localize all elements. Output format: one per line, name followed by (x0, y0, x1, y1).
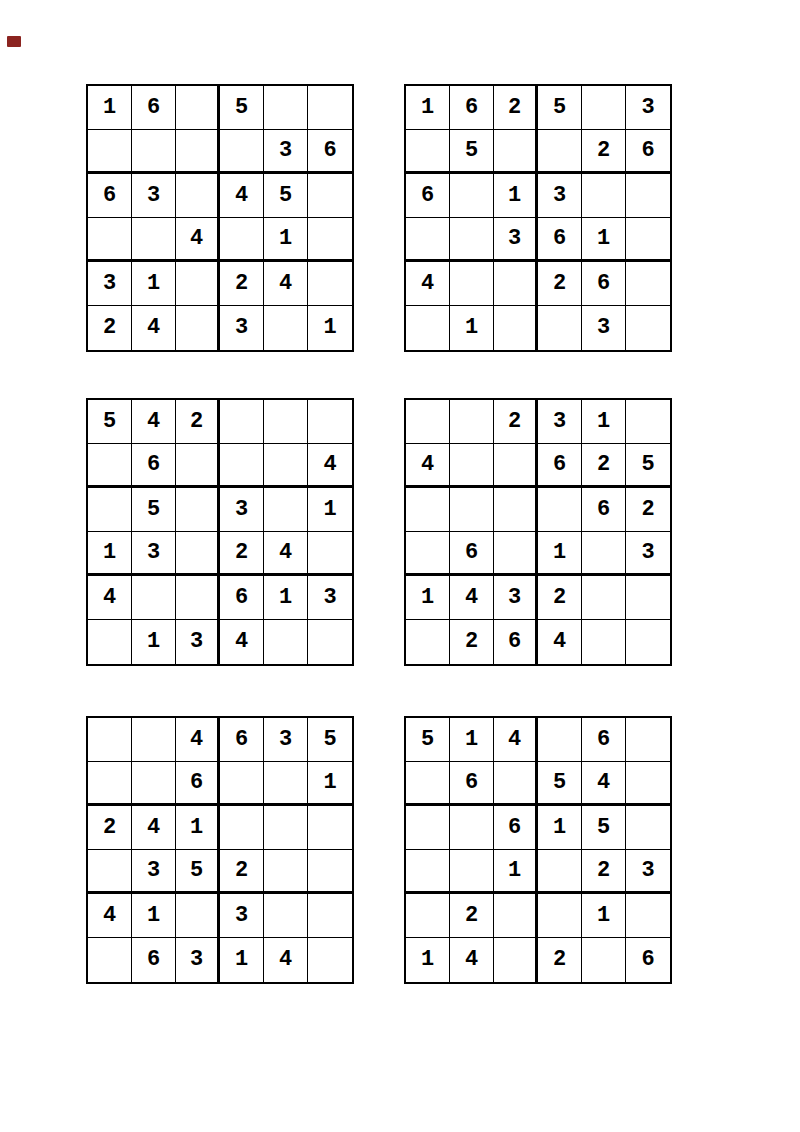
cell-p6-r2c5: 4 (582, 762, 626, 806)
cell-p5-r5c2: 1 (132, 894, 176, 938)
cell-p3-r6c5[interactable] (264, 620, 308, 664)
cell-p3-r3c6: 1 (308, 488, 352, 532)
cell-p2-r2c2: 5 (450, 130, 494, 174)
cell-p2-r2c3[interactable] (494, 130, 538, 174)
cell-p4-r5c1: 1 (406, 576, 450, 620)
cell-p6-r1c2: 1 (450, 718, 494, 762)
sudoku-board-2: 1625352661336142613 (404, 84, 672, 352)
cell-p3-r6c1[interactable] (88, 620, 132, 664)
cell-p1-r4c3: 4 (176, 218, 220, 262)
cell-p2-r5c5: 6 (582, 262, 626, 306)
cell-p2-r3c2[interactable] (450, 174, 494, 218)
cell-p1-r6c5[interactable] (264, 306, 308, 350)
cell-p2-r1c2: 6 (450, 86, 494, 130)
cell-p4-r1c4: 3 (538, 400, 582, 444)
cell-p2-r3c3: 1 (494, 174, 538, 218)
cell-p1-r4c1[interactable] (88, 218, 132, 262)
cell-p4-r4c3[interactable] (494, 532, 538, 576)
cell-p3-r2c4[interactable] (220, 444, 264, 488)
cell-p3-r5c4: 6 (220, 576, 264, 620)
cell-p1-r4c4[interactable] (220, 218, 264, 262)
cell-p3-r1c4[interactable] (220, 400, 264, 444)
cell-p5-r1c2[interactable] (132, 718, 176, 762)
cell-p5-r1c6: 5 (308, 718, 352, 762)
cell-p5-r2c1[interactable] (88, 762, 132, 806)
cell-p4-r4c4: 1 (538, 532, 582, 576)
cell-p2-r3c1: 6 (406, 174, 450, 218)
cell-p1-r3c6[interactable] (308, 174, 352, 218)
cell-p5-r2c3: 6 (176, 762, 220, 806)
cell-p6-r5c3[interactable] (494, 894, 538, 938)
cell-p2-r6c4[interactable] (538, 306, 582, 350)
cell-p6-r4c1[interactable] (406, 850, 450, 894)
cell-p4-r2c3[interactable] (494, 444, 538, 488)
cell-p6-r6c5[interactable] (582, 938, 626, 982)
cell-p4-r2c5: 2 (582, 444, 626, 488)
cell-p3-r6c6[interactable] (308, 620, 352, 664)
cell-p5-r6c6[interactable] (308, 938, 352, 982)
cell-p6-r3c4: 1 (538, 806, 582, 850)
cell-p2-r4c6[interactable] (626, 218, 670, 262)
cell-p6-r6c3[interactable] (494, 938, 538, 982)
cell-p3-r4c6[interactable] (308, 532, 352, 576)
cell-p1-r2c6: 6 (308, 130, 352, 174)
cell-p1-r2c2[interactable] (132, 130, 176, 174)
cell-p5-r3c2: 4 (132, 806, 176, 850)
cell-p4-r4c5[interactable] (582, 532, 626, 576)
cell-p1-r3c4: 4 (220, 174, 264, 218)
cell-p4-r1c1[interactable] (406, 400, 450, 444)
cell-p3-r1c3: 2 (176, 400, 220, 444)
cell-p3-r4c4: 2 (220, 532, 264, 576)
cell-p3-r2c1[interactable] (88, 444, 132, 488)
cell-p3-r5c3[interactable] (176, 576, 220, 620)
cell-p3-r5c2[interactable] (132, 576, 176, 620)
cell-p5-r3c6[interactable] (308, 806, 352, 850)
cell-p5-r3c1: 2 (88, 806, 132, 850)
cell-p4-r3c5: 6 (582, 488, 626, 532)
cell-p1-r3c5: 5 (264, 174, 308, 218)
cell-p3-r1c1: 5 (88, 400, 132, 444)
cell-p5-r6c1[interactable] (88, 938, 132, 982)
cell-p6-r6c4: 2 (538, 938, 582, 982)
cell-p6-r1c4[interactable] (538, 718, 582, 762)
cell-p2-r5c2[interactable] (450, 262, 494, 306)
cell-p1-r5c1: 3 (88, 262, 132, 306)
cell-p5-r2c6: 1 (308, 762, 352, 806)
cell-p4-r5c2: 4 (450, 576, 494, 620)
cell-p2-r4c4: 6 (538, 218, 582, 262)
cell-p2-r4c5: 1 (582, 218, 626, 262)
cell-p6-r5c6[interactable] (626, 894, 670, 938)
cell-p5-r4c2: 3 (132, 850, 176, 894)
cell-p4-r3c6: 2 (626, 488, 670, 532)
cell-p2-r3c5[interactable] (582, 174, 626, 218)
cell-p6-r4c6: 3 (626, 850, 670, 894)
cell-p4-r4c6: 3 (626, 532, 670, 576)
cell-p6-r2c3[interactable] (494, 762, 538, 806)
cell-p3-r6c2: 1 (132, 620, 176, 664)
sudoku-board-5: 4635612413524136314 (86, 716, 354, 984)
cell-p1-r6c3[interactable] (176, 306, 220, 350)
cell-p4-r2c4: 6 (538, 444, 582, 488)
cell-p1-r6c1: 2 (88, 306, 132, 350)
cell-p6-r3c5: 5 (582, 806, 626, 850)
cell-p3-r3c3[interactable] (176, 488, 220, 532)
cell-p5-r3c3: 1 (176, 806, 220, 850)
cell-p4-r5c5[interactable] (582, 576, 626, 620)
cell-p6-r5c4[interactable] (538, 894, 582, 938)
cell-p2-r5c3[interactable] (494, 262, 538, 306)
cell-p1-r1c3[interactable] (176, 86, 220, 130)
cell-p1-r1c6[interactable] (308, 86, 352, 130)
cell-p1-r2c3[interactable] (176, 130, 220, 174)
cell-p3-r3c1[interactable] (88, 488, 132, 532)
cell-p6-r4c3: 1 (494, 850, 538, 894)
cell-p1-r1c2: 6 (132, 86, 176, 130)
cell-p1-r1c1: 1 (88, 86, 132, 130)
cell-p6-r4c2[interactable] (450, 850, 494, 894)
cell-p1-r4c6[interactable] (308, 218, 352, 262)
cell-p3-r1c2: 4 (132, 400, 176, 444)
cell-p4-r3c1[interactable] (406, 488, 450, 532)
cell-p6-r1c6[interactable] (626, 718, 670, 762)
cell-p5-r1c3: 4 (176, 718, 220, 762)
cell-p5-r2c5[interactable] (264, 762, 308, 806)
cell-p4-r6c2: 2 (450, 620, 494, 664)
cell-p5-r3c5[interactable] (264, 806, 308, 850)
cell-p2-r2c6: 6 (626, 130, 670, 174)
cell-p1-r5c5: 4 (264, 262, 308, 306)
cell-p4-r5c3: 3 (494, 576, 538, 620)
cell-p2-r1c6: 3 (626, 86, 670, 130)
cell-p4-r4c2: 6 (450, 532, 494, 576)
cell-p3-r5c6: 3 (308, 576, 352, 620)
cell-p5-r5c3[interactable] (176, 894, 220, 938)
cell-p2-r4c3: 3 (494, 218, 538, 262)
cell-p2-r6c2: 1 (450, 306, 494, 350)
cell-p4-r6c4: 4 (538, 620, 582, 664)
cell-p4-r6c6[interactable] (626, 620, 670, 664)
cell-p5-r1c5: 3 (264, 718, 308, 762)
cell-p1-r5c6[interactable] (308, 262, 352, 306)
cell-p6-r2c1[interactable] (406, 762, 450, 806)
cell-p1-r2c1[interactable] (88, 130, 132, 174)
cell-p5-r1c1[interactable] (88, 718, 132, 762)
cell-p5-r5c4: 3 (220, 894, 264, 938)
cell-p1-r3c3[interactable] (176, 174, 220, 218)
cell-p1-r2c4[interactable] (220, 130, 264, 174)
cell-p6-r4c5: 2 (582, 850, 626, 894)
cell-p2-r1c4: 5 (538, 86, 582, 130)
cell-p2-r4c1[interactable] (406, 218, 450, 262)
cell-p3-r4c3[interactable] (176, 532, 220, 576)
cell-p4-r1c3: 2 (494, 400, 538, 444)
cell-p2-r2c5: 2 (582, 130, 626, 174)
cell-p4-r2c6: 5 (626, 444, 670, 488)
cell-p6-r5c1[interactable] (406, 894, 450, 938)
cell-p1-r4c2[interactable] (132, 218, 176, 262)
cell-p5-r3c4[interactable] (220, 806, 264, 850)
cell-p1-r3c1: 6 (88, 174, 132, 218)
cell-p6-r2c6[interactable] (626, 762, 670, 806)
cell-p4-r6c1[interactable] (406, 620, 450, 664)
cell-p5-r2c2[interactable] (132, 762, 176, 806)
cell-p2-r5c6[interactable] (626, 262, 670, 306)
cell-p5-r2c4[interactable] (220, 762, 264, 806)
cell-p6-r1c1: 5 (406, 718, 450, 762)
cell-p3-r2c3[interactable] (176, 444, 220, 488)
cell-p3-r3c2: 5 (132, 488, 176, 532)
sudoku-board-3: 5426453113244613134 (86, 398, 354, 666)
cell-p1-r5c2: 1 (132, 262, 176, 306)
cell-p2-r5c4: 2 (538, 262, 582, 306)
cell-p2-r4c2[interactable] (450, 218, 494, 262)
cell-p1-r6c2: 4 (132, 306, 176, 350)
cell-p1-r5c3[interactable] (176, 262, 220, 306)
cell-p4-r1c2[interactable] (450, 400, 494, 444)
cell-p5-r6c3: 3 (176, 938, 220, 982)
cell-p1-r4c5: 1 (264, 218, 308, 262)
cell-p5-r4c6[interactable] (308, 850, 352, 894)
cell-p6-r4c4[interactable] (538, 850, 582, 894)
cell-p4-r4c1[interactable] (406, 532, 450, 576)
cell-p5-r6c4: 1 (220, 938, 264, 982)
cell-p4-r6c5[interactable] (582, 620, 626, 664)
cell-p4-r1c6[interactable] (626, 400, 670, 444)
cell-p4-r6c3: 6 (494, 620, 538, 664)
cell-p2-r2c4[interactable] (538, 130, 582, 174)
cell-p3-r2c2: 6 (132, 444, 176, 488)
cell-p4-r1c5: 1 (582, 400, 626, 444)
cell-p6-r5c5: 1 (582, 894, 626, 938)
cell-p3-r4c1: 1 (88, 532, 132, 576)
cell-p6-r1c5: 6 (582, 718, 626, 762)
cell-p5-r5c6[interactable] (308, 894, 352, 938)
cell-p1-r6c6: 1 (308, 306, 352, 350)
cell-p2-r6c5: 3 (582, 306, 626, 350)
cell-p6-r1c3: 4 (494, 718, 538, 762)
cell-p1-r2c5: 3 (264, 130, 308, 174)
red-corner-mark (7, 36, 21, 47)
cell-p3-r2c5[interactable] (264, 444, 308, 488)
cell-p6-r3c6[interactable] (626, 806, 670, 850)
cell-p2-r1c5[interactable] (582, 86, 626, 130)
cell-p6-r6c2: 4 (450, 938, 494, 982)
cell-p3-r6c4: 4 (220, 620, 264, 664)
cell-p5-r6c5: 4 (264, 938, 308, 982)
cell-p4-r3c3[interactable] (494, 488, 538, 532)
cell-p4-r3c4[interactable] (538, 488, 582, 532)
cell-p6-r3c2[interactable] (450, 806, 494, 850)
cell-p6-r2c2: 6 (450, 762, 494, 806)
cell-p5-r4c3: 5 (176, 850, 220, 894)
cell-p2-r1c3: 2 (494, 86, 538, 130)
cell-p3-r3c4: 3 (220, 488, 264, 532)
cell-p4-r5c4: 2 (538, 576, 582, 620)
cell-p3-r5c5: 1 (264, 576, 308, 620)
cell-p2-r3c6[interactable] (626, 174, 670, 218)
sudoku-worksheet-page: 1653663454131242431 1625352661336142613 … (0, 0, 800, 1132)
sudoku-board-1: 1653663454131242431 (86, 84, 354, 352)
cell-p3-r6c3: 3 (176, 620, 220, 664)
cell-p6-r3c1[interactable] (406, 806, 450, 850)
cell-p3-r3c5[interactable] (264, 488, 308, 532)
cell-p4-r5c6[interactable] (626, 576, 670, 620)
cell-p5-r4c4: 2 (220, 850, 264, 894)
cell-p3-r1c6[interactable] (308, 400, 352, 444)
sudoku-board-6: 5146654615123211426 (404, 716, 672, 984)
cell-p6-r6c6: 6 (626, 938, 670, 982)
cell-p4-r2c1: 4 (406, 444, 450, 488)
cell-p4-r2c2[interactable] (450, 444, 494, 488)
cell-p3-r5c1: 4 (88, 576, 132, 620)
cell-p3-r4c5: 4 (264, 532, 308, 576)
cell-p5-r5c1: 4 (88, 894, 132, 938)
sudoku-board-4: 2314625626131432264 (404, 398, 672, 666)
cell-p1-r1c5[interactable] (264, 86, 308, 130)
cell-p1-r5c4: 2 (220, 262, 264, 306)
cell-p2-r2c1[interactable] (406, 130, 450, 174)
cell-p1-r6c4: 3 (220, 306, 264, 350)
cell-p5-r5c5[interactable] (264, 894, 308, 938)
cell-p6-r2c4: 5 (538, 762, 582, 806)
cell-p1-r1c4: 5 (220, 86, 264, 130)
cell-p3-r4c2: 3 (132, 532, 176, 576)
cell-p5-r4c1[interactable] (88, 850, 132, 894)
cell-p3-r2c6: 4 (308, 444, 352, 488)
cell-p2-r3c4: 3 (538, 174, 582, 218)
cell-p2-r1c1: 1 (406, 86, 450, 130)
cell-p5-r6c2: 6 (132, 938, 176, 982)
cell-p2-r6c1[interactable] (406, 306, 450, 350)
cell-p6-r6c1: 1 (406, 938, 450, 982)
cell-p5-r1c4: 6 (220, 718, 264, 762)
cell-p4-r3c2[interactable] (450, 488, 494, 532)
cell-p6-r5c2: 2 (450, 894, 494, 938)
cell-p3-r1c5[interactable] (264, 400, 308, 444)
cell-p5-r4c5[interactable] (264, 850, 308, 894)
cell-p2-r6c3[interactable] (494, 306, 538, 350)
cell-p1-r3c2: 3 (132, 174, 176, 218)
cell-p2-r6c6[interactable] (626, 306, 670, 350)
cell-p2-r5c1: 4 (406, 262, 450, 306)
cell-p6-r3c3: 6 (494, 806, 538, 850)
